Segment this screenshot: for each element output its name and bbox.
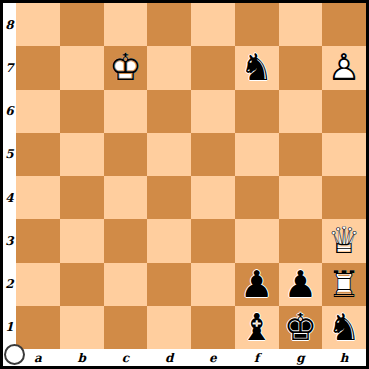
rank-label-6: 6: [3, 90, 16, 133]
square-e6[interactable]: [191, 90, 235, 133]
rank-label-4: 4: [3, 176, 16, 219]
square-g3[interactable]: [279, 219, 323, 262]
piece-glyph: ♞: [240, 49, 273, 86]
piece-white-rook[interactable]: ♜♖: [322, 263, 366, 306]
rank-label-3: 3: [3, 219, 16, 262]
file-label-d: d: [147, 349, 191, 366]
square-d8[interactable]: [147, 3, 191, 46]
square-h1[interactable]: ♞: [322, 306, 366, 349]
square-h6[interactable]: [322, 90, 366, 133]
file-label-h: h: [322, 349, 366, 366]
piece-white-king[interactable]: ♚♔: [104, 46, 148, 89]
piece-glyph: ♙: [328, 49, 361, 86]
rank-label-2: 2: [3, 263, 16, 306]
square-d3[interactable]: [147, 219, 191, 262]
square-c5[interactable]: [104, 133, 148, 176]
square-f4[interactable]: [235, 176, 279, 219]
square-d4[interactable]: [147, 176, 191, 219]
chess-board-diagram: 87♚♔♞♟♙6543♛♕2♟♟♜♖1♝♚♞abcdefgh: [0, 0, 369, 369]
file-label-b: b: [60, 349, 104, 366]
square-a3[interactable]: [16, 219, 60, 262]
square-f8[interactable]: [235, 3, 279, 46]
piece-glyph: ♖: [328, 266, 361, 303]
piece-black-bishop[interactable]: ♝: [235, 306, 279, 349]
square-h5[interactable]: [322, 133, 366, 176]
piece-white-queen[interactable]: ♛♕: [322, 219, 366, 262]
file-label-c: c: [104, 349, 148, 366]
square-e1[interactable]: [191, 306, 235, 349]
square-h8[interactable]: [322, 3, 366, 46]
square-e2[interactable]: [191, 263, 235, 306]
square-c7[interactable]: ♚♔: [104, 46, 148, 89]
square-c4[interactable]: [104, 176, 148, 219]
rank-label-8: 8: [3, 3, 16, 46]
file-label-e: e: [191, 349, 235, 366]
square-a2[interactable]: [16, 263, 60, 306]
square-f2[interactable]: ♟: [235, 263, 279, 306]
square-f3[interactable]: [235, 219, 279, 262]
square-b5[interactable]: [60, 133, 104, 176]
square-a7[interactable]: [16, 46, 60, 89]
piece-glyph: ♕: [328, 222, 361, 259]
square-f1[interactable]: ♝: [235, 306, 279, 349]
square-g8[interactable]: [279, 3, 323, 46]
square-a8[interactable]: [16, 3, 60, 46]
square-a6[interactable]: [16, 90, 60, 133]
square-b8[interactable]: [60, 3, 104, 46]
square-g5[interactable]: [279, 133, 323, 176]
white-to-move-indicator: [4, 344, 25, 365]
square-c2[interactable]: [104, 263, 148, 306]
square-c3[interactable]: [104, 219, 148, 262]
square-f6[interactable]: [235, 90, 279, 133]
square-g4[interactable]: [279, 176, 323, 219]
square-e8[interactable]: [191, 3, 235, 46]
square-h7[interactable]: ♟♙: [322, 46, 366, 89]
square-h3[interactable]: ♛♕: [322, 219, 366, 262]
piece-glyph: ♟: [240, 266, 273, 303]
square-c1[interactable]: [104, 306, 148, 349]
piece-glyph: ♚: [284, 309, 317, 346]
square-g2[interactable]: ♟: [279, 263, 323, 306]
square-g1[interactable]: ♚: [279, 306, 323, 349]
square-e4[interactable]: [191, 176, 235, 219]
square-g7[interactable]: [279, 46, 323, 89]
piece-glyph: ♞: [328, 309, 361, 346]
square-a5[interactable]: [16, 133, 60, 176]
file-label-f: f: [235, 349, 279, 366]
square-a4[interactable]: [16, 176, 60, 219]
square-b7[interactable]: [60, 46, 104, 89]
square-a1[interactable]: [16, 306, 60, 349]
rank-label-1: 1: [3, 306, 16, 349]
file-label-g: g: [279, 349, 323, 366]
square-g6[interactable]: [279, 90, 323, 133]
piece-black-knight[interactable]: ♞: [235, 46, 279, 89]
piece-black-pawn[interactable]: ♟: [279, 263, 323, 306]
square-e3[interactable]: [191, 219, 235, 262]
square-e7[interactable]: [191, 46, 235, 89]
square-c8[interactable]: [104, 3, 148, 46]
square-h2[interactable]: ♜♖: [322, 263, 366, 306]
rank-label-5: 5: [3, 133, 16, 176]
piece-white-pawn[interactable]: ♟♙: [322, 46, 366, 89]
square-d7[interactable]: [147, 46, 191, 89]
square-d5[interactable]: [147, 133, 191, 176]
square-b3[interactable]: [60, 219, 104, 262]
piece-black-king[interactable]: ♚: [279, 306, 323, 349]
square-f5[interactable]: [235, 133, 279, 176]
piece-black-pawn[interactable]: ♟: [235, 263, 279, 306]
piece-glyph: ♟: [284, 266, 317, 303]
square-c6[interactable]: [104, 90, 148, 133]
square-h4[interactable]: [322, 176, 366, 219]
square-d1[interactable]: [147, 306, 191, 349]
piece-glyph: ♔: [109, 49, 142, 86]
piece-black-knight[interactable]: ♞: [322, 306, 366, 349]
square-d6[interactable]: [147, 90, 191, 133]
piece-glyph: ♝: [240, 309, 273, 346]
square-f7[interactable]: ♞: [235, 46, 279, 89]
square-e5[interactable]: [191, 133, 235, 176]
square-b1[interactable]: [60, 306, 104, 349]
square-b4[interactable]: [60, 176, 104, 219]
square-b2[interactable]: [60, 263, 104, 306]
square-b6[interactable]: [60, 90, 104, 133]
square-d2[interactable]: [147, 263, 191, 306]
rank-label-7: 7: [3, 46, 16, 89]
